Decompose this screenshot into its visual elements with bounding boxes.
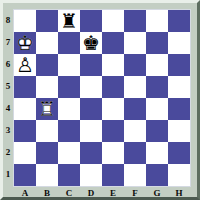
square-f3[interactable]: [124, 120, 146, 142]
piece-glyph: ♜: [58, 10, 80, 32]
square-b8[interactable]: [36, 10, 58, 32]
piece-glyph: ♚: [80, 32, 102, 54]
square-b5[interactable]: [36, 76, 58, 98]
square-d3[interactable]: [80, 120, 102, 142]
file-label-h: H: [168, 188, 190, 198]
file-label-b: B: [36, 188, 58, 198]
square-g4[interactable]: [146, 98, 168, 120]
square-g1[interactable]: [146, 164, 168, 186]
rank-label-2: 2: [3, 141, 13, 163]
square-c6[interactable]: [58, 54, 80, 76]
square-h1[interactable]: [168, 164, 190, 186]
square-h2[interactable]: [168, 142, 190, 164]
square-a1[interactable]: [14, 164, 36, 186]
rank-label-8: 8: [3, 9, 13, 31]
square-a8[interactable]: [14, 10, 36, 32]
square-c3[interactable]: [58, 120, 80, 142]
square-c2[interactable]: [58, 142, 80, 164]
square-b7[interactable]: [36, 32, 58, 54]
square-c4[interactable]: [58, 98, 80, 120]
square-a7[interactable]: ♚♔: [14, 32, 36, 54]
square-h4[interactable]: [168, 98, 190, 120]
piece-black-king[interactable]: ♚: [80, 32, 102, 54]
board: ♜♚♔♚♟♙♜♖: [13, 9, 191, 187]
rank-label-1: 1: [3, 163, 13, 185]
rank-label-6: 6: [3, 53, 13, 75]
square-h5[interactable]: [168, 76, 190, 98]
square-e3[interactable]: [102, 120, 124, 142]
rank-label-4: 4: [3, 97, 13, 119]
square-c7[interactable]: [58, 32, 80, 54]
square-d2[interactable]: [80, 142, 102, 164]
square-f8[interactable]: [124, 10, 146, 32]
square-g8[interactable]: [146, 10, 168, 32]
square-a4[interactable]: [14, 98, 36, 120]
piece-outline-layer: ♙: [14, 54, 36, 76]
square-h3[interactable]: [168, 120, 190, 142]
file-label-g: G: [146, 188, 168, 198]
file-labels: ABCDEFGH: [14, 187, 192, 198]
file-label-a: A: [14, 188, 36, 198]
chessboard-frame: 87654321 ♜♚♔♚♟♙♜♖ ABCDEFGH: [0, 0, 200, 200]
square-f1[interactable]: [124, 164, 146, 186]
piece-white-pawn[interactable]: ♟♙: [14, 54, 36, 76]
square-e8[interactable]: [102, 10, 124, 32]
file-label-d: D: [80, 188, 102, 198]
square-a6[interactable]: ♟♙: [14, 54, 36, 76]
square-b6[interactable]: [36, 54, 58, 76]
square-c8[interactable]: ♜: [58, 10, 80, 32]
square-b1[interactable]: [36, 164, 58, 186]
square-f5[interactable]: [124, 76, 146, 98]
square-b3[interactable]: [36, 120, 58, 142]
square-e5[interactable]: [102, 76, 124, 98]
square-g3[interactable]: [146, 120, 168, 142]
file-label-f: F: [124, 188, 146, 198]
square-a5[interactable]: [14, 76, 36, 98]
square-b2[interactable]: [36, 142, 58, 164]
rank-label-5: 5: [3, 75, 13, 97]
square-h8[interactable]: [168, 10, 190, 32]
rank-label-7: 7: [3, 31, 13, 53]
piece-white-king[interactable]: ♚♔: [14, 32, 36, 54]
piece-outline-layer: ♖: [36, 98, 58, 120]
square-f7[interactable]: [124, 32, 146, 54]
square-d4[interactable]: [80, 98, 102, 120]
square-a2[interactable]: [14, 142, 36, 164]
square-e1[interactable]: [102, 164, 124, 186]
rank-label-3: 3: [3, 119, 13, 141]
square-c5[interactable]: [58, 76, 80, 98]
square-g2[interactable]: [146, 142, 168, 164]
square-f2[interactable]: [124, 142, 146, 164]
square-e6[interactable]: [102, 54, 124, 76]
square-d5[interactable]: [80, 76, 102, 98]
square-d8[interactable]: [80, 10, 102, 32]
file-label-c: C: [58, 188, 80, 198]
square-g5[interactable]: [146, 76, 168, 98]
square-g6[interactable]: [146, 54, 168, 76]
square-a3[interactable]: [14, 120, 36, 142]
square-b4[interactable]: ♜♖: [36, 98, 58, 120]
square-d7[interactable]: ♚: [80, 32, 102, 54]
square-d1[interactable]: [80, 164, 102, 186]
square-h6[interactable]: [168, 54, 190, 76]
file-label-e: E: [102, 188, 124, 198]
square-g7[interactable]: [146, 32, 168, 54]
piece-outline-layer: ♔: [14, 32, 36, 54]
square-e2[interactable]: [102, 142, 124, 164]
square-e7[interactable]: [102, 32, 124, 54]
square-c1[interactable]: [58, 164, 80, 186]
square-f6[interactable]: [124, 54, 146, 76]
square-h7[interactable]: [168, 32, 190, 54]
square-d6[interactable]: [80, 54, 102, 76]
square-f4[interactable]: [124, 98, 146, 120]
piece-black-rook[interactable]: ♜: [58, 10, 80, 32]
piece-white-rook[interactable]: ♜♖: [36, 98, 58, 120]
rank-labels: 87654321: [3, 9, 13, 185]
square-e4[interactable]: [102, 98, 124, 120]
